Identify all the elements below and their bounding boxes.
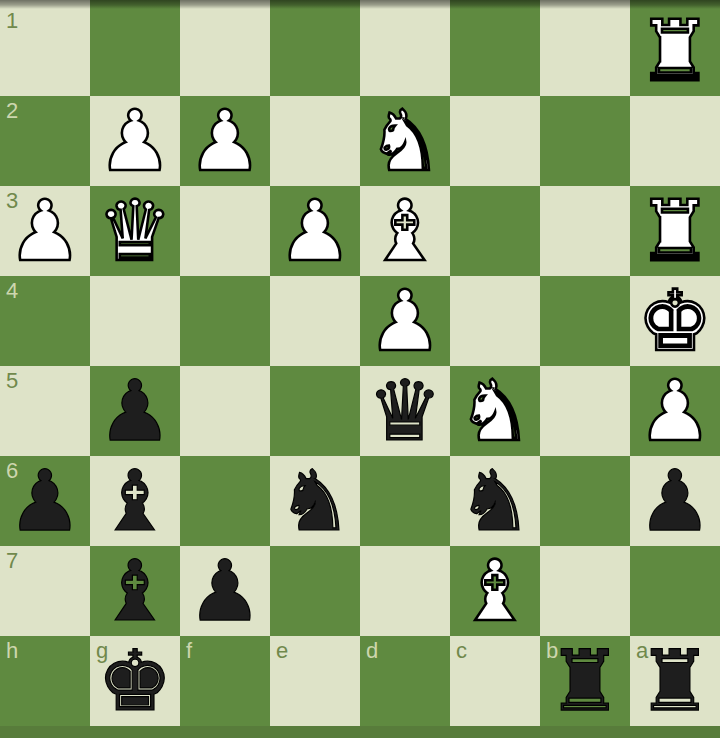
square-g3[interactable]: ♛ [90, 186, 180, 276]
white-pawn[interactable]: ♟ [270, 186, 360, 276]
square-e2[interactable] [270, 96, 360, 186]
rank-label-4: 4 [6, 280, 18, 302]
square-f2[interactable]: ♟ [180, 96, 270, 186]
chess-board[interactable]: 1♜2♟♟♞3♟♛♟♝♜4♟♚5♟♛♞♟6♟♝♞♞♟7♝♟♝hg♚fedcb♜a… [0, 6, 720, 726]
square-h6[interactable]: 6♟ [0, 456, 90, 546]
square-c3[interactable] [450, 186, 540, 276]
square-h4[interactable]: 4 [0, 276, 90, 366]
square-e8[interactable]: e [270, 636, 360, 726]
white-pawn[interactable]: ♟ [630, 366, 720, 456]
black-bishop[interactable]: ♝ [90, 456, 180, 546]
rank-label-5: 5 [6, 370, 18, 392]
square-d6[interactable] [360, 456, 450, 546]
square-d4[interactable]: ♟ [360, 276, 450, 366]
square-b2[interactable] [540, 96, 630, 186]
rank-label-7: 7 [6, 550, 18, 572]
square-f5[interactable] [180, 366, 270, 456]
white-bishop[interactable]: ♝ [450, 546, 540, 636]
file-label-d: d [366, 640, 378, 662]
square-d2[interactable]: ♞ [360, 96, 450, 186]
white-knight[interactable]: ♞ [360, 96, 450, 186]
black-king[interactable]: ♚ [90, 636, 180, 726]
square-d5[interactable]: ♛ [360, 366, 450, 456]
white-rook[interactable]: ♜ [630, 186, 720, 276]
square-d3[interactable]: ♝ [360, 186, 450, 276]
square-f4[interactable] [180, 276, 270, 366]
square-a4[interactable]: ♚ [630, 276, 720, 366]
file-label-e: e [276, 640, 288, 662]
file-label-h: h [6, 640, 18, 662]
square-e5[interactable] [270, 366, 360, 456]
chess-app-screen: 1♜2♟♟♞3♟♛♟♝♜4♟♚5♟♛♞♟6♟♝♞♞♟7♝♟♝hg♚fedcb♜a… [0, 0, 720, 738]
black-bishop[interactable]: ♝ [90, 546, 180, 636]
square-g5[interactable]: ♟ [90, 366, 180, 456]
square-f6[interactable] [180, 456, 270, 546]
square-g2[interactable]: ♟ [90, 96, 180, 186]
white-bishop[interactable]: ♝ [360, 186, 450, 276]
square-b6[interactable] [540, 456, 630, 546]
square-c8[interactable]: c [450, 636, 540, 726]
white-pawn[interactable]: ♟ [180, 96, 270, 186]
square-a5[interactable]: ♟ [630, 366, 720, 456]
square-a3[interactable]: ♜ [630, 186, 720, 276]
square-f1[interactable] [180, 6, 270, 96]
black-pawn[interactable]: ♟ [630, 456, 720, 546]
square-b5[interactable] [540, 366, 630, 456]
square-g4[interactable] [90, 276, 180, 366]
black-pawn[interactable]: ♟ [0, 456, 90, 546]
square-h5[interactable]: 5 [0, 366, 90, 456]
square-f8[interactable]: f [180, 636, 270, 726]
square-g8[interactable]: g♚ [90, 636, 180, 726]
square-e1[interactable] [270, 6, 360, 96]
black-queen[interactable]: ♛ [360, 366, 450, 456]
white-king[interactable]: ♚ [630, 276, 720, 366]
square-d1[interactable] [360, 6, 450, 96]
square-e7[interactable] [270, 546, 360, 636]
square-b8[interactable]: b♜ [540, 636, 630, 726]
square-g6[interactable]: ♝ [90, 456, 180, 546]
square-a1[interactable]: ♜ [630, 6, 720, 96]
file-label-c: c [456, 640, 467, 662]
black-rook[interactable]: ♜ [630, 636, 720, 726]
white-pawn[interactable]: ♟ [360, 276, 450, 366]
square-g7[interactable]: ♝ [90, 546, 180, 636]
black-pawn[interactable]: ♟ [90, 366, 180, 456]
square-c5[interactable]: ♞ [450, 366, 540, 456]
square-h1[interactable]: 1 [0, 6, 90, 96]
square-b1[interactable] [540, 6, 630, 96]
white-pawn[interactable]: ♟ [90, 96, 180, 186]
square-c7[interactable]: ♝ [450, 546, 540, 636]
square-f7[interactable]: ♟ [180, 546, 270, 636]
file-label-f: f [186, 640, 192, 662]
black-rook[interactable]: ♜ [540, 636, 630, 726]
black-pawn[interactable]: ♟ [180, 546, 270, 636]
square-b4[interactable] [540, 276, 630, 366]
square-a2[interactable] [630, 96, 720, 186]
rank-label-2: 2 [6, 100, 18, 122]
square-h3[interactable]: 3♟ [0, 186, 90, 276]
square-b3[interactable] [540, 186, 630, 276]
square-d8[interactable]: d [360, 636, 450, 726]
square-e4[interactable] [270, 276, 360, 366]
square-h8[interactable]: h [0, 636, 90, 726]
square-a6[interactable]: ♟ [630, 456, 720, 546]
white-queen[interactable]: ♛ [90, 186, 180, 276]
square-h7[interactable]: 7 [0, 546, 90, 636]
white-knight[interactable]: ♞ [450, 366, 540, 456]
square-c2[interactable] [450, 96, 540, 186]
square-e3[interactable]: ♟ [270, 186, 360, 276]
square-f3[interactable] [180, 186, 270, 276]
black-knight[interactable]: ♞ [270, 456, 360, 546]
square-g1[interactable] [90, 6, 180, 96]
square-b7[interactable] [540, 546, 630, 636]
black-knight[interactable]: ♞ [450, 456, 540, 546]
square-c4[interactable] [450, 276, 540, 366]
white-rook[interactable]: ♜ [630, 6, 720, 96]
square-c6[interactable]: ♞ [450, 456, 540, 546]
square-a7[interactable] [630, 546, 720, 636]
square-h2[interactable]: 2 [0, 96, 90, 186]
square-e6[interactable]: ♞ [270, 456, 360, 546]
square-d7[interactable] [360, 546, 450, 636]
square-c1[interactable] [450, 6, 540, 96]
white-pawn[interactable]: ♟ [0, 186, 90, 276]
square-a8[interactable]: a♜ [630, 636, 720, 726]
rank-label-1: 1 [6, 10, 18, 32]
